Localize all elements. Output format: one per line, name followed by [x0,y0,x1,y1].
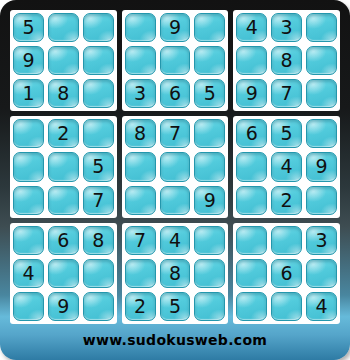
cell-r6c5[interactable] [160,186,191,215]
cell-r9c9[interactable]: 4 [306,292,337,321]
cell-r7c9[interactable]: 3 [306,226,337,255]
cell-r5c4[interactable] [125,152,156,181]
cell-r1c2[interactable] [48,13,79,42]
cell-r4c2[interactable]: 2 [48,119,79,148]
box-3-3: 364 [233,223,340,324]
cell-r5c6[interactable] [194,152,225,181]
cell-r5c7[interactable] [236,152,267,181]
cell-r5c1[interactable] [13,152,44,181]
cell-r6c9[interactable] [306,186,337,215]
cell-r6c4[interactable] [125,186,156,215]
given-digit: 9 [22,51,34,70]
cell-r3c8[interactable]: 7 [271,79,302,108]
given-digit: 6 [169,84,181,103]
given-digit: 6 [246,124,258,143]
cell-r2c9[interactable] [306,46,337,75]
cell-r3c6[interactable]: 5 [194,79,225,108]
cell-r7c2[interactable]: 6 [48,226,79,255]
box-3-2: 74825 [122,223,229,324]
given-digit: 5 [92,157,104,176]
cell-r7c6[interactable] [194,226,225,255]
given-digit: 2 [134,297,146,316]
given-digit: 7 [134,231,146,250]
given-digit: 1 [22,84,34,103]
box-1-3: 43897 [233,10,340,111]
given-digit: 7 [169,124,181,143]
given-digit: 8 [169,264,181,283]
given-digit: 7 [281,84,293,103]
cell-r4c3[interactable] [83,119,114,148]
box-2-2: 879 [122,116,229,217]
cell-r9c4[interactable]: 2 [125,292,156,321]
cell-r8c2[interactable] [48,259,79,288]
given-digit: 3 [281,18,293,37]
cell-r9c1[interactable] [13,292,44,321]
cell-r2c4[interactable] [125,46,156,75]
cell-r7c4[interactable]: 7 [125,226,156,255]
cell-r8c5[interactable]: 8 [160,259,191,288]
cell-r9c6[interactable] [194,292,225,321]
given-digit: 3 [315,231,327,250]
site-url-text: www.sudokusweb.com [83,332,267,348]
given-digit: 2 [57,124,69,143]
given-digit: 9 [315,157,327,176]
cell-r2c3[interactable] [83,46,114,75]
cell-r6c7[interactable] [236,186,267,215]
cell-r6c6[interactable]: 9 [194,186,225,215]
given-digit: 5 [22,18,34,37]
given-digit: 7 [92,191,104,210]
box-2-3: 65492 [233,116,340,217]
cell-r7c7[interactable] [236,226,267,255]
cell-r5c9[interactable]: 9 [306,152,337,181]
cell-r4c6[interactable] [194,119,225,148]
cell-r7c3[interactable]: 8 [83,226,114,255]
cell-r8c8[interactable]: 6 [271,259,302,288]
cell-r5c8[interactable]: 4 [271,152,302,181]
cell-r2c8[interactable]: 8 [271,46,302,75]
footer-bar: www.sudokusweb.com [10,324,340,360]
cell-r3c4[interactable]: 3 [125,79,156,108]
box-3-1: 6849 [10,223,117,324]
cell-r9c5[interactable]: 5 [160,292,191,321]
cell-r5c3[interactable]: 5 [83,152,114,181]
cell-r6c2[interactable] [48,186,79,215]
cell-r2c2[interactable] [48,46,79,75]
sudoku-grid: 591893654389725787965492684974825364 [10,10,340,324]
given-digit: 5 [281,124,293,143]
cell-r1c1[interactable]: 5 [13,13,44,42]
cell-r1c6[interactable] [194,13,225,42]
cell-r2c7[interactable] [236,46,267,75]
given-digit: 6 [57,231,69,250]
given-digit: 2 [281,191,293,210]
cell-r1c5[interactable]: 9 [160,13,191,42]
cell-r4c9[interactable] [306,119,337,148]
cell-r5c2[interactable] [48,152,79,181]
cell-r3c9[interactable] [306,79,337,108]
cell-r4c4[interactable]: 8 [125,119,156,148]
cell-r3c5[interactable]: 6 [160,79,191,108]
given-digit: 8 [134,124,146,143]
cell-r8c3[interactable] [83,259,114,288]
sudoku-board-card: 591893654389725787965492684974825364 www… [0,0,350,360]
given-digit: 5 [169,297,181,316]
cell-r8c4[interactable] [125,259,156,288]
cell-r7c5[interactable]: 4 [160,226,191,255]
cell-r3c1[interactable]: 1 [13,79,44,108]
cell-r7c1[interactable] [13,226,44,255]
cell-r6c1[interactable] [13,186,44,215]
cell-r1c4[interactable] [125,13,156,42]
given-digit: 9 [204,191,216,210]
cell-r9c2[interactable]: 9 [48,292,79,321]
cell-r6c8[interactable]: 2 [271,186,302,215]
cell-r2c5[interactable] [160,46,191,75]
box-2-1: 257 [10,116,117,217]
given-digit: 4 [281,157,293,176]
given-digit: 3 [134,84,146,103]
given-digit: 9 [246,84,258,103]
cell-r8c6[interactable] [194,259,225,288]
cell-r1c3[interactable] [83,13,114,42]
given-digit: 9 [169,18,181,37]
cell-r3c7[interactable]: 9 [236,79,267,108]
given-digit: 8 [281,51,293,70]
box-1-1: 5918 [10,10,117,111]
cell-r5c5[interactable] [160,152,191,181]
cell-r1c7[interactable]: 4 [236,13,267,42]
cell-r3c3[interactable] [83,79,114,108]
given-digit: 8 [57,84,69,103]
cell-r9c3[interactable] [83,292,114,321]
given-digit: 4 [246,18,258,37]
given-digit: 8 [92,231,104,250]
cell-r9c8[interactable] [271,292,302,321]
box-1-2: 9365 [122,10,229,111]
given-digit: 4 [315,297,327,316]
cell-r2c6[interactable] [194,46,225,75]
cell-r8c1[interactable]: 4 [13,259,44,288]
cell-r3c2[interactable]: 8 [48,79,79,108]
cell-r6c3[interactable]: 7 [83,186,114,215]
cell-r1c8[interactable]: 3 [271,13,302,42]
given-digit: 4 [169,231,181,250]
cell-r8c7[interactable] [236,259,267,288]
page: 591893654389725787965492684974825364 www… [0,0,350,360]
given-digit: 5 [204,84,216,103]
given-digit: 4 [22,264,34,283]
cell-r4c5[interactable]: 7 [160,119,191,148]
cell-r4c7[interactable]: 6 [236,119,267,148]
cell-r9c7[interactable] [236,292,267,321]
cell-r2c1[interactable]: 9 [13,46,44,75]
cell-r7c8[interactable] [271,226,302,255]
cell-r1c9[interactable] [306,13,337,42]
cell-r4c8[interactable]: 5 [271,119,302,148]
given-digit: 9 [57,297,69,316]
cell-r4c1[interactable] [13,119,44,148]
given-digit: 6 [281,264,293,283]
cell-r8c9[interactable] [306,259,337,288]
